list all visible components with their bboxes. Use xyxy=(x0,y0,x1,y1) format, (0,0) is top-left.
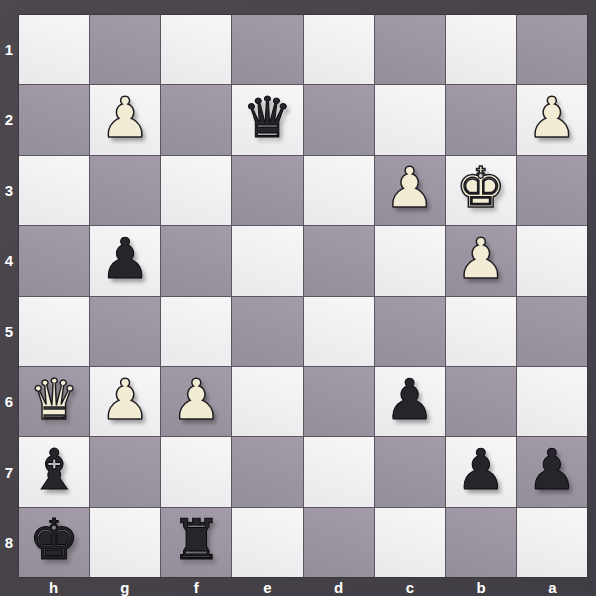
chess-board-frame: 12345678 hgfedcba ♟♛♟♟♚♟♟♛♟♟♟♝♟♟♚♜ xyxy=(0,0,596,596)
chess-board: ♟♛♟♟♚♟♟♛♟♟♟♝♟♟♚♜ xyxy=(18,14,588,578)
square-f7[interactable] xyxy=(161,437,231,506)
square-b6[interactable] xyxy=(446,367,516,436)
black-queen-icon[interactable]: ♛ xyxy=(242,90,292,146)
square-e1[interactable] xyxy=(232,15,302,84)
square-h7[interactable]: ♝ xyxy=(19,437,89,506)
black-pawn-icon[interactable]: ♟ xyxy=(527,442,577,498)
white-pawn-icon[interactable]: ♟ xyxy=(171,372,221,428)
square-g4[interactable]: ♟ xyxy=(90,226,160,295)
square-h8[interactable]: ♚ xyxy=(19,508,89,577)
square-c1[interactable] xyxy=(375,15,445,84)
square-b1[interactable] xyxy=(446,15,516,84)
white-pawn-icon[interactable]: ♟ xyxy=(100,372,150,428)
square-h6[interactable]: ♛ xyxy=(19,367,89,436)
square-a6[interactable] xyxy=(517,367,587,436)
rank-label-4: 4 xyxy=(0,226,18,297)
square-c2[interactable] xyxy=(375,85,445,154)
square-g7[interactable] xyxy=(90,437,160,506)
file-label-g: g xyxy=(89,578,160,596)
square-b7[interactable]: ♟ xyxy=(446,437,516,506)
square-f5[interactable] xyxy=(161,297,231,366)
square-e5[interactable] xyxy=(232,297,302,366)
square-e4[interactable] xyxy=(232,226,302,295)
square-b5[interactable] xyxy=(446,297,516,366)
square-d6[interactable] xyxy=(304,367,374,436)
square-a2[interactable]: ♟ xyxy=(517,85,587,154)
square-a7[interactable]: ♟ xyxy=(517,437,587,506)
square-f2[interactable] xyxy=(161,85,231,154)
rank-labels: 12345678 xyxy=(0,14,18,578)
square-b4[interactable]: ♟ xyxy=(446,226,516,295)
rank-label-3: 3 xyxy=(0,155,18,226)
white-pawn-icon[interactable]: ♟ xyxy=(100,90,150,146)
rank-label-1: 1 xyxy=(0,14,18,85)
square-c4[interactable] xyxy=(375,226,445,295)
file-label-b: b xyxy=(446,578,517,596)
square-e2[interactable]: ♛ xyxy=(232,85,302,154)
square-f3[interactable] xyxy=(161,156,231,225)
square-b2[interactable] xyxy=(446,85,516,154)
file-label-h: h xyxy=(18,578,89,596)
file-label-f: f xyxy=(161,578,232,596)
file-labels: hgfedcba xyxy=(18,578,588,596)
black-bishop-icon[interactable]: ♝ xyxy=(29,442,79,498)
square-d4[interactable] xyxy=(304,226,374,295)
square-f1[interactable] xyxy=(161,15,231,84)
rank-label-2: 2 xyxy=(0,85,18,156)
rank-label-6: 6 xyxy=(0,367,18,438)
square-f6[interactable]: ♟ xyxy=(161,367,231,436)
black-king-icon[interactable]: ♚ xyxy=(29,512,79,568)
square-a3[interactable] xyxy=(517,156,587,225)
square-c6[interactable]: ♟ xyxy=(375,367,445,436)
square-g1[interactable] xyxy=(90,15,160,84)
black-pawn-icon[interactable]: ♟ xyxy=(100,231,150,287)
square-c5[interactable] xyxy=(375,297,445,366)
white-pawn-icon[interactable]: ♟ xyxy=(456,231,506,287)
file-label-a: a xyxy=(517,578,588,596)
file-label-d: d xyxy=(303,578,374,596)
square-d3[interactable] xyxy=(304,156,374,225)
black-pawn-icon[interactable]: ♟ xyxy=(456,442,506,498)
rank-label-8: 8 xyxy=(0,508,18,579)
square-a5[interactable] xyxy=(517,297,587,366)
square-a8[interactable] xyxy=(517,508,587,577)
square-g8[interactable] xyxy=(90,508,160,577)
file-label-e: e xyxy=(232,578,303,596)
rank-label-7: 7 xyxy=(0,437,18,508)
black-rook-icon[interactable]: ♜ xyxy=(171,512,221,568)
square-h1[interactable] xyxy=(19,15,89,84)
square-c8[interactable] xyxy=(375,508,445,577)
square-b8[interactable] xyxy=(446,508,516,577)
square-h2[interactable] xyxy=(19,85,89,154)
square-f4[interactable] xyxy=(161,226,231,295)
square-d7[interactable] xyxy=(304,437,374,506)
white-pawn-icon[interactable]: ♟ xyxy=(385,160,435,216)
square-e3[interactable] xyxy=(232,156,302,225)
square-g3[interactable] xyxy=(90,156,160,225)
white-queen-icon[interactable]: ♛ xyxy=(29,372,79,428)
rank-label-5: 5 xyxy=(0,296,18,367)
square-b3[interactable]: ♚ xyxy=(446,156,516,225)
black-pawn-icon[interactable]: ♟ xyxy=(385,372,435,428)
square-e7[interactable] xyxy=(232,437,302,506)
square-d8[interactable] xyxy=(304,508,374,577)
square-g5[interactable] xyxy=(90,297,160,366)
square-d2[interactable] xyxy=(304,85,374,154)
square-a1[interactable] xyxy=(517,15,587,84)
square-d5[interactable] xyxy=(304,297,374,366)
square-h3[interactable] xyxy=(19,156,89,225)
square-e6[interactable] xyxy=(232,367,302,436)
square-c3[interactable]: ♟ xyxy=(375,156,445,225)
square-f8[interactable]: ♜ xyxy=(161,508,231,577)
square-g2[interactable]: ♟ xyxy=(90,85,160,154)
square-h4[interactable] xyxy=(19,226,89,295)
white-king-icon[interactable]: ♚ xyxy=(456,160,506,216)
square-a4[interactable] xyxy=(517,226,587,295)
square-c7[interactable] xyxy=(375,437,445,506)
square-g6[interactable]: ♟ xyxy=(90,367,160,436)
file-label-c: c xyxy=(374,578,445,596)
square-h5[interactable] xyxy=(19,297,89,366)
square-d1[interactable] xyxy=(304,15,374,84)
white-pawn-icon[interactable]: ♟ xyxy=(527,90,577,146)
square-e8[interactable] xyxy=(232,508,302,577)
